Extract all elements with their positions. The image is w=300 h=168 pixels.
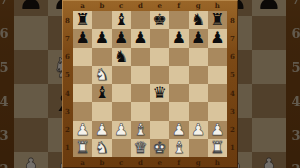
square-e1[interactable]: ♚ — [150, 139, 169, 157]
square-e7[interactable] — [150, 29, 169, 47]
file-label-b-bottom: b — [92, 157, 111, 168]
square-g5[interactable] — [189, 66, 208, 84]
square-e3[interactable] — [150, 102, 169, 120]
file-label-h-bottom: h — [208, 157, 227, 168]
square-h8[interactable]: ♜ — [208, 11, 227, 29]
file-label-f-bottom: f — [169, 157, 188, 168]
rank-label-2-left: 2 — [62, 121, 73, 139]
square-b6[interactable] — [92, 48, 111, 66]
square-g4[interactable] — [189, 84, 208, 102]
square-b2[interactable]: ♟ — [92, 121, 111, 139]
square-g8[interactable]: ♞ — [189, 11, 208, 29]
square-h7[interactable]: ♟ — [208, 29, 227, 47]
piece-white-bishop[interactable]: ♝ — [133, 122, 147, 138]
square-a4[interactable] — [73, 84, 92, 102]
piece-black-pawn[interactable]: ♟ — [210, 30, 224, 46]
square-d5[interactable] — [131, 66, 150, 84]
piece-black-rook[interactable]: ♜ — [75, 12, 89, 28]
square-b8[interactable] — [92, 11, 111, 29]
square-f8[interactable] — [169, 11, 188, 29]
rank-label-7-right: 7 — [227, 29, 238, 47]
rank-label-8-right: 8 — [227, 11, 238, 29]
square-c7[interactable]: ♟ — [112, 29, 131, 47]
square-d2[interactable]: ♝ — [131, 121, 150, 139]
piece-white-pawn[interactable]: ♟ — [95, 122, 109, 138]
rank-label-4-right: 4 — [227, 84, 238, 102]
piece-black-pawn[interactable]: ♟ — [95, 30, 109, 46]
piece-white-pawn[interactable]: ♟ — [172, 122, 186, 138]
piece-black-king[interactable]: ♚ — [152, 12, 166, 28]
square-f5[interactable] — [169, 66, 188, 84]
square-f3[interactable] — [169, 102, 188, 120]
rank-label-5-right: 5 — [227, 66, 238, 84]
video-frame: abcdefgh8♜♝♚♞♜87♟♟♟♟♟♟♟76♞65♞54♝♛4332♟♟♟… — [0, 0, 300, 168]
piece-white-knight[interactable]: ♞ — [95, 140, 109, 156]
square-c1[interactable] — [112, 139, 131, 157]
piece-white-queen[interactable]: ♛ — [133, 140, 147, 156]
board-frame-corner — [227, 157, 238, 168]
square-e4[interactable]: ♛ — [150, 84, 169, 102]
rank-label-5-left: 5 — [62, 66, 73, 84]
piece-white-pawn[interactable]: ♟ — [210, 122, 224, 138]
square-h5[interactable] — [208, 66, 227, 84]
square-b4[interactable]: ♝ — [92, 84, 111, 102]
square-g2[interactable]: ♟ — [189, 121, 208, 139]
file-label-d-top: d — [131, 0, 150, 11]
square-g1[interactable] — [189, 139, 208, 157]
square-a3[interactable] — [73, 102, 92, 120]
square-d1[interactable]: ♛ — [131, 139, 150, 157]
square-f1[interactable]: ♝ — [169, 139, 188, 157]
square-e6[interactable] — [150, 48, 169, 66]
square-d4[interactable] — [131, 84, 150, 102]
square-d8[interactable] — [131, 11, 150, 29]
file-label-e-bottom: e — [150, 157, 169, 168]
file-label-c-top: c — [112, 0, 131, 11]
piece-black-pawn[interactable]: ♟ — [75, 30, 89, 46]
board-frame-corner — [62, 157, 73, 168]
piece-white-bishop[interactable]: ♝ — [172, 140, 186, 156]
square-a1[interactable]: ♜ — [73, 139, 92, 157]
square-a5[interactable] — [73, 66, 92, 84]
square-f4[interactable] — [169, 84, 188, 102]
square-h1[interactable]: ♜ — [208, 139, 227, 157]
square-c3[interactable] — [112, 102, 131, 120]
piece-black-rook[interactable]: ♜ — [210, 12, 224, 28]
square-e8[interactable]: ♚ — [150, 11, 169, 29]
file-label-a-top: a — [73, 0, 92, 11]
square-h6[interactable] — [208, 48, 227, 66]
rank-label-7-left: 7 — [62, 29, 73, 47]
square-d7[interactable]: ♟ — [131, 29, 150, 47]
square-b3[interactable] — [92, 102, 111, 120]
piece-black-pawn[interactable]: ♟ — [191, 30, 205, 46]
piece-black-knight[interactable]: ♞ — [114, 49, 128, 65]
piece-white-rook[interactable]: ♜ — [210, 140, 224, 156]
rank-label-3-left: 3 — [62, 102, 73, 120]
square-c4[interactable] — [112, 84, 131, 102]
square-h4[interactable] — [208, 84, 227, 102]
square-c2[interactable]: ♟ — [112, 121, 131, 139]
square-b1[interactable]: ♞ — [92, 139, 111, 157]
piece-white-pawn[interactable]: ♟ — [114, 122, 128, 138]
square-f2[interactable]: ♟ — [169, 121, 188, 139]
rank-label-2-right: 2 — [227, 121, 238, 139]
piece-white-king[interactable]: ♚ — [152, 140, 166, 156]
rank-label-3-right: 3 — [227, 102, 238, 120]
square-e2[interactable] — [150, 121, 169, 139]
square-e5[interactable] — [150, 66, 169, 84]
file-label-c-bottom: c — [112, 157, 131, 168]
file-label-g-top: g — [189, 0, 208, 11]
square-c6[interactable]: ♞ — [112, 48, 131, 66]
rank-label-6-left: 6 — [62, 48, 73, 66]
rank-label-1-left: 1 — [62, 139, 73, 157]
rank-label-4-left: 4 — [62, 84, 73, 102]
file-label-h-top: h — [208, 0, 227, 11]
square-g7[interactable]: ♟ — [189, 29, 208, 47]
piece-white-rook[interactable]: ♜ — [75, 140, 89, 156]
rank-label-1-right: 1 — [227, 139, 238, 157]
square-c5[interactable] — [112, 66, 131, 84]
square-d6[interactable] — [131, 48, 150, 66]
file-label-b-top: b — [92, 0, 111, 11]
file-label-d-bottom: d — [131, 157, 150, 168]
square-b5[interactable]: ♞ — [92, 66, 111, 84]
piece-black-queen[interactable]: ♛ — [152, 85, 166, 101]
piece-black-bishop[interactable]: ♝ — [95, 85, 109, 101]
square-b7[interactable]: ♟ — [92, 29, 111, 47]
square-f6[interactable] — [169, 48, 188, 66]
square-a8[interactable]: ♜ — [73, 11, 92, 29]
piece-white-knight[interactable]: ♞ — [95, 67, 109, 83]
rank-label-6-right: 6 — [227, 48, 238, 66]
piece-black-pawn[interactable]: ♟ — [114, 30, 128, 46]
file-label-f-top: f — [169, 0, 188, 11]
square-c8[interactable]: ♝ — [112, 11, 131, 29]
square-h3[interactable] — [208, 102, 227, 120]
square-g3[interactable] — [189, 102, 208, 120]
chess-board[interactable]: abcdefgh8♜♝♚♞♜87♟♟♟♟♟♟♟76♞65♞54♝♛4332♟♟♟… — [62, 0, 238, 168]
square-d3[interactable] — [131, 102, 150, 120]
square-a6[interactable] — [73, 48, 92, 66]
piece-black-knight[interactable]: ♞ — [191, 12, 205, 28]
board-frame-corner — [227, 0, 238, 11]
rank-label-8-left: 8 — [62, 11, 73, 29]
piece-white-pawn[interactable]: ♟ — [191, 122, 205, 138]
square-a2[interactable]: ♟ — [73, 121, 92, 139]
square-f7[interactable]: ♟ — [169, 29, 188, 47]
square-g6[interactable] — [189, 48, 208, 66]
piece-white-pawn[interactable]: ♟ — [75, 122, 89, 138]
piece-black-bishop[interactable]: ♝ — [114, 12, 128, 28]
square-a7[interactable]: ♟ — [73, 29, 92, 47]
file-label-a-bottom: a — [73, 157, 92, 168]
file-label-e-top: e — [150, 0, 169, 11]
piece-black-pawn[interactable]: ♟ — [172, 30, 186, 46]
square-h2[interactable]: ♟ — [208, 121, 227, 139]
file-label-g-bottom: g — [189, 157, 208, 168]
piece-black-pawn[interactable]: ♟ — [133, 30, 147, 46]
board-frame-corner — [62, 0, 73, 11]
